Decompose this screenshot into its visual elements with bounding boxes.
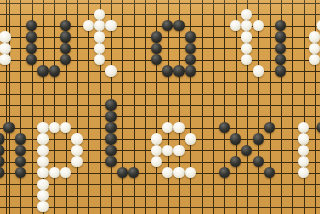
white-stone: [298, 167, 309, 178]
black-stone: [173, 20, 184, 31]
black-stone: [275, 31, 286, 42]
white-stone: [105, 20, 116, 31]
white-stone: [298, 145, 309, 156]
black-stone: [105, 145, 116, 156]
white-stone: [94, 9, 105, 20]
white-stone: [49, 167, 60, 178]
white-stone: [309, 43, 320, 54]
white-stone: [162, 122, 173, 133]
white-stone: [253, 20, 264, 31]
white-stone: [60, 167, 71, 178]
black-stone: [0, 133, 5, 144]
black-stone: [185, 54, 196, 65]
white-stone: [241, 43, 252, 54]
white-stone: [94, 20, 105, 31]
black-stone: [0, 145, 5, 156]
black-stone: [117, 167, 128, 178]
white-stone: [37, 156, 48, 167]
white-stone: [37, 201, 48, 212]
white-stone: [94, 54, 105, 65]
black-stone: [230, 156, 241, 167]
white-stone: [173, 145, 184, 156]
go-board: [0, 0, 320, 214]
black-stone: [15, 167, 26, 178]
black-stone: [264, 122, 275, 133]
black-stone: [60, 43, 71, 54]
black-stone: [253, 133, 264, 144]
black-stone: [316, 122, 320, 133]
white-stone: [60, 122, 71, 133]
white-stone: [309, 31, 320, 42]
white-stone: [173, 167, 184, 178]
black-stone: [253, 156, 264, 167]
white-stone: [151, 133, 162, 144]
white-stone: [71, 133, 82, 144]
white-stone: [241, 54, 252, 65]
black-stone: [241, 145, 252, 156]
black-stone: [60, 20, 71, 31]
white-stone: [0, 43, 11, 54]
black-stone: [185, 31, 196, 42]
white-stone: [37, 133, 48, 144]
black-stone: [275, 43, 286, 54]
white-stone: [71, 145, 82, 156]
black-stone: [151, 54, 162, 65]
white-stone: [173, 122, 184, 133]
white-stone: [241, 31, 252, 42]
white-stone: [316, 20, 320, 31]
black-stone: [219, 167, 230, 178]
white-stone: [230, 20, 241, 31]
black-stone: [105, 99, 116, 110]
white-stone: [105, 65, 116, 76]
white-stone: [37, 167, 48, 178]
black-stone: [26, 20, 37, 31]
black-stone: [105, 156, 116, 167]
white-stone: [309, 54, 320, 65]
black-stone: [15, 156, 26, 167]
black-stone: [60, 31, 71, 42]
black-stone: [49, 65, 60, 76]
black-stone: [105, 133, 116, 144]
black-stone: [60, 54, 71, 65]
white-stone: [37, 190, 48, 201]
white-stone: [185, 167, 196, 178]
black-stone: [173, 65, 184, 76]
white-stone: [0, 54, 11, 65]
black-stone: [275, 65, 286, 76]
white-stone: [37, 179, 48, 190]
black-stone: [185, 43, 196, 54]
black-stone: [128, 167, 139, 178]
black-stone: [275, 54, 286, 65]
white-stone: [151, 145, 162, 156]
white-stone: [241, 9, 252, 20]
white-stone: [94, 43, 105, 54]
black-stone: [105, 122, 116, 133]
white-stone: [185, 133, 196, 144]
black-stone: [0, 167, 5, 178]
black-stone: [26, 54, 37, 65]
white-stone: [162, 145, 173, 156]
black-stone: [15, 145, 26, 156]
black-stone: [162, 65, 173, 76]
black-stone: [26, 43, 37, 54]
white-stone: [37, 122, 48, 133]
white-stone: [151, 156, 162, 167]
white-stone: [94, 31, 105, 42]
white-stone: [253, 65, 264, 76]
black-stone: [275, 20, 286, 31]
white-stone: [241, 20, 252, 31]
white-stone: [71, 156, 82, 167]
black-stone: [185, 65, 196, 76]
black-stone: [3, 122, 14, 133]
white-stone: [83, 20, 94, 31]
black-stone: [264, 167, 275, 178]
black-stone: [219, 122, 230, 133]
white-stone: [37, 145, 48, 156]
white-stone: [0, 31, 11, 42]
black-stone: [151, 43, 162, 54]
black-stone: [0, 156, 5, 167]
black-stone: [230, 133, 241, 144]
white-stone: [298, 156, 309, 167]
black-stone: [15, 133, 26, 144]
black-stone: [162, 20, 173, 31]
black-stone: [105, 111, 116, 122]
go-board-grid: [0, 0, 320, 213]
white-stone: [298, 122, 309, 133]
white-stone: [298, 133, 309, 144]
white-stone: [162, 167, 173, 178]
white-stone: [49, 122, 60, 133]
black-stone: [26, 31, 37, 42]
black-stone: [37, 65, 48, 76]
black-stone: [151, 31, 162, 42]
